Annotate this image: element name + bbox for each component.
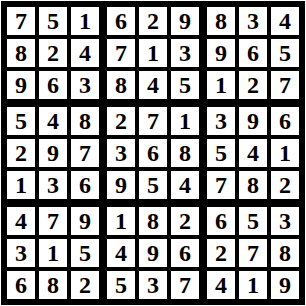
- sudoku-cell-r9c5[interactable]: 3: [139, 271, 167, 299]
- sudoku-cell-r4c2[interactable]: 4: [39, 107, 67, 135]
- cell-digit: 4: [147, 73, 159, 97]
- sudoku-cell-r2c7[interactable]: 9: [207, 39, 235, 67]
- sudoku-cell-r2c2[interactable]: 2: [39, 39, 67, 67]
- cell-digit: 4: [79, 41, 91, 65]
- cell-digit: 6: [47, 73, 59, 97]
- sudoku-cell-r4c5[interactable]: 7: [139, 107, 167, 135]
- cell-digit: 5: [279, 41, 291, 65]
- sudoku-cell-r4c7[interactable]: 3: [207, 107, 235, 135]
- sudoku-cell-r6c4[interactable]: 9: [107, 171, 135, 199]
- sudoku-cell-r6c9[interactable]: 2: [271, 171, 299, 199]
- sudoku-cell-r5c8[interactable]: 4: [239, 139, 267, 167]
- sudoku-cell-r4c1[interactable]: 5: [7, 107, 35, 135]
- cell-digit: 2: [147, 9, 159, 33]
- sudoku-cell-r1c4[interactable]: 6: [107, 7, 135, 35]
- sudoku-cell-r3c5[interactable]: 4: [139, 71, 167, 99]
- cell-digit: 9: [179, 9, 191, 33]
- cell-digit: 9: [147, 241, 159, 265]
- cell-digit: 3: [147, 273, 159, 297]
- sudoku-cell-r3c9[interactable]: 7: [271, 71, 299, 99]
- sudoku-cell-r4c9[interactable]: 6: [271, 107, 299, 135]
- cell-digit: 5: [15, 109, 27, 133]
- sudoku-cell-r1c9[interactable]: 4: [271, 7, 299, 35]
- sudoku-cell-r5c9[interactable]: 1: [271, 139, 299, 167]
- cell-digit: 6: [215, 209, 227, 233]
- sudoku-cell-r4c6[interactable]: 1: [171, 107, 199, 135]
- cell-digit: 2: [115, 109, 127, 133]
- sudoku-cell-r8c1[interactable]: 3: [7, 239, 35, 267]
- cell-digit: 1: [179, 109, 191, 133]
- sudoku-cell-r9c9[interactable]: 9: [271, 271, 299, 299]
- cell-digit: 2: [15, 141, 27, 165]
- cell-digit: 1: [47, 241, 59, 265]
- sudoku-cell-r5c4[interactable]: 3: [107, 139, 135, 167]
- cell-digit: 6: [79, 173, 91, 197]
- sudoku-board: 7516298348247139659638451275482713962973…: [0, 0, 306, 306]
- sudoku-cell-r7c1[interactable]: 4: [7, 207, 35, 235]
- cell-digit: 2: [247, 73, 259, 97]
- sudoku-cell-r7c4[interactable]: 1: [107, 207, 135, 235]
- sudoku-cell-r5c1[interactable]: 2: [7, 139, 35, 167]
- sudoku-cell-r9c4[interactable]: 5: [107, 271, 135, 299]
- sudoku-cell-r9c2[interactable]: 8: [39, 271, 67, 299]
- cell-digit: 3: [215, 109, 227, 133]
- cell-digit: 6: [247, 41, 259, 65]
- cell-digit: 5: [247, 209, 259, 233]
- sudoku-cell-r3c3[interactable]: 3: [71, 71, 99, 99]
- cell-digit: 6: [279, 109, 291, 133]
- sudoku-cell-r2c9[interactable]: 5: [271, 39, 299, 67]
- cell-digit: 5: [215, 141, 227, 165]
- cell-digit: 1: [279, 141, 291, 165]
- sudoku-cell-r3c7[interactable]: 1: [207, 71, 235, 99]
- cell-digit: 3: [179, 41, 191, 65]
- cell-digit: 7: [79, 141, 91, 165]
- sudoku-cell-r3c2[interactable]: 6: [39, 71, 67, 99]
- cell-digit: 1: [79, 9, 91, 33]
- cell-digit: 5: [79, 241, 91, 265]
- cell-digit: 1: [215, 73, 227, 97]
- sudoku-cell-r6c5[interactable]: 5: [139, 171, 167, 199]
- cell-digit: 7: [115, 41, 127, 65]
- cell-digit: 2: [279, 173, 291, 197]
- cell-digit: 3: [15, 241, 27, 265]
- sudoku-cell-r5c6[interactable]: 8: [171, 139, 199, 167]
- cell-digit: 9: [115, 173, 127, 197]
- sudoku-cell-r6c7[interactable]: 7: [207, 171, 235, 199]
- cell-digit: 3: [115, 141, 127, 165]
- cell-digit: 3: [279, 209, 291, 233]
- sudoku-cell-r8c9[interactable]: 8: [271, 239, 299, 267]
- sudoku-cell-r2c4[interactable]: 7: [107, 39, 135, 67]
- sudoku-cell-r4c3[interactable]: 8: [71, 107, 99, 135]
- sudoku-cell-r8c3[interactable]: 5: [71, 239, 99, 267]
- sudoku-cell-r7c6[interactable]: 2: [171, 207, 199, 235]
- cell-digit: 4: [15, 209, 27, 233]
- sudoku-cell-r9c6[interactable]: 7: [171, 271, 199, 299]
- cell-digit: 3: [79, 73, 91, 97]
- sudoku-cell-r9c3[interactable]: 2: [71, 271, 99, 299]
- sudoku-cell-r8c5[interactable]: 9: [139, 239, 167, 267]
- cell-digit: 8: [247, 173, 259, 197]
- sudoku-cell-r4c4[interactable]: 2: [107, 107, 135, 135]
- sudoku-cell-r8c2[interactable]: 1: [39, 239, 67, 267]
- cell-digit: 1: [147, 41, 159, 65]
- sudoku-cell-r8c8[interactable]: 7: [239, 239, 267, 267]
- cell-digit: 7: [279, 73, 291, 97]
- sudoku-cell-r6c3[interactable]: 6: [71, 171, 99, 199]
- sudoku-cell-r7c8[interactable]: 5: [239, 207, 267, 235]
- sudoku-cell-r2c8[interactable]: 6: [239, 39, 267, 67]
- sudoku-cell-r8c4[interactable]: 4: [107, 239, 135, 267]
- cell-digit: 6: [15, 273, 27, 297]
- cell-digit: 4: [215, 273, 227, 297]
- sudoku-cell-r6c2[interactable]: 3: [39, 171, 67, 199]
- cell-digit: 2: [79, 273, 91, 297]
- sudoku-cell-r7c5[interactable]: 8: [139, 207, 167, 235]
- sudoku-cell-r1c1[interactable]: 7: [7, 7, 35, 35]
- sudoku-cell-r3c1[interactable]: 9: [7, 71, 35, 99]
- cell-digit: 1: [115, 209, 127, 233]
- cell-digit: 4: [279, 9, 291, 33]
- cell-digit: 5: [47, 9, 59, 33]
- cell-digit: 7: [215, 173, 227, 197]
- cell-digit: 8: [147, 209, 159, 233]
- cell-digit: 7: [147, 109, 159, 133]
- cell-digit: 9: [215, 41, 227, 65]
- cell-digit: 2: [215, 241, 227, 265]
- cell-digit: 7: [247, 241, 259, 265]
- cell-digit: 8: [79, 109, 91, 133]
- cell-digit: 8: [215, 9, 227, 33]
- cell-digit: 6: [147, 141, 159, 165]
- cell-digit: 6: [115, 9, 127, 33]
- cell-digit: 5: [179, 73, 191, 97]
- sudoku-cell-r5c2[interactable]: 9: [39, 139, 67, 167]
- sudoku-cell-r2c5[interactable]: 1: [139, 39, 167, 67]
- sudoku-cell-r1c5[interactable]: 2: [139, 7, 167, 35]
- sudoku-cell-r4c8[interactable]: 9: [239, 107, 267, 135]
- cell-digit: 8: [15, 41, 27, 65]
- sudoku-cell-r3c6[interactable]: 5: [171, 71, 199, 99]
- cell-digit: 7: [15, 9, 27, 33]
- sudoku-cell-r1c7[interactable]: 8: [207, 7, 235, 35]
- sudoku-cell-r9c7[interactable]: 4: [207, 271, 235, 299]
- sudoku-cell-r5c7[interactable]: 5: [207, 139, 235, 167]
- cell-digit: 4: [247, 141, 259, 165]
- sudoku-cell-r9c1[interactable]: 6: [7, 271, 35, 299]
- sudoku-cell-r2c6[interactable]: 3: [171, 39, 199, 67]
- cell-digit: 3: [247, 9, 259, 33]
- cell-digit: 4: [115, 241, 127, 265]
- sudoku-cell-r7c3[interactable]: 9: [71, 207, 99, 235]
- cell-digit: 1: [15, 173, 27, 197]
- sudoku-cell-r5c3[interactable]: 7: [71, 139, 99, 167]
- cell-digit: 2: [179, 209, 191, 233]
- cell-digit: 9: [79, 209, 91, 233]
- cell-digit: 8: [47, 273, 59, 297]
- sudoku-cell-r6c6[interactable]: 4: [171, 171, 199, 199]
- cell-digit: 7: [47, 209, 59, 233]
- sudoku-cell-r7c2[interactable]: 7: [39, 207, 67, 235]
- sudoku-cell-r8c7[interactable]: 2: [207, 239, 235, 267]
- sudoku-cell-r5c5[interactable]: 6: [139, 139, 167, 167]
- cell-digit: 6: [179, 241, 191, 265]
- cell-digit: 4: [47, 109, 59, 133]
- cell-digit: 8: [179, 141, 191, 165]
- cell-digit: 8: [279, 241, 291, 265]
- sudoku-cell-r7c7[interactable]: 6: [207, 207, 235, 235]
- sudoku-cell-r2c3[interactable]: 4: [71, 39, 99, 67]
- cell-digit: 9: [279, 273, 291, 297]
- cell-digit: 9: [247, 109, 259, 133]
- sudoku-cell-r1c3[interactable]: 1: [71, 7, 99, 35]
- sudoku-cell-r8c6[interactable]: 6: [171, 239, 199, 267]
- sudoku-cell-r7c9[interactable]: 3: [271, 207, 299, 235]
- cell-digit: 7: [179, 273, 191, 297]
- cell-digit: 8: [115, 73, 127, 97]
- cell-digit: 2: [47, 41, 59, 65]
- cell-digit: 5: [115, 273, 127, 297]
- cell-digit: 9: [47, 141, 59, 165]
- sudoku-cell-r9c8[interactable]: 1: [239, 271, 267, 299]
- cell-digit: 4: [179, 173, 191, 197]
- sudoku-cell-r6c1[interactable]: 1: [7, 171, 35, 199]
- sudoku-cell-r1c8[interactable]: 3: [239, 7, 267, 35]
- sudoku-cell-r3c8[interactable]: 2: [239, 71, 267, 99]
- sudoku-cell-r1c6[interactable]: 9: [171, 7, 199, 35]
- sudoku-cell-r2c1[interactable]: 8: [7, 39, 35, 67]
- cell-digit: 9: [15, 73, 27, 97]
- cell-digit: 5: [147, 173, 159, 197]
- sudoku-cell-r6c8[interactable]: 8: [239, 171, 267, 199]
- sudoku-cell-r3c4[interactable]: 8: [107, 71, 135, 99]
- sudoku-cell-r1c2[interactable]: 5: [39, 7, 67, 35]
- cell-digit: 3: [47, 173, 59, 197]
- cell-digit: 1: [247, 273, 259, 297]
